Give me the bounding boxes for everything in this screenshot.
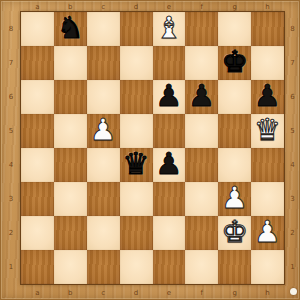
- square-a7[interactable]: [21, 46, 54, 80]
- square-h6[interactable]: ♟: [251, 80, 284, 114]
- file-label-a: a: [21, 1, 54, 12]
- square-h3[interactable]: [251, 182, 284, 216]
- square-d1[interactable]: [120, 250, 153, 284]
- rank-label-1: 1: [1, 250, 21, 284]
- square-h4[interactable]: [251, 148, 284, 182]
- black-pawn[interactable]: ♟: [155, 81, 182, 111]
- square-d4[interactable]: ♛: [120, 148, 153, 182]
- square-b3[interactable]: [54, 182, 87, 216]
- square-g1[interactable]: [218, 250, 251, 284]
- square-d5[interactable]: [120, 114, 153, 148]
- square-a6[interactable]: [21, 80, 54, 114]
- white-pawn[interactable]: ♟: [90, 115, 117, 145]
- rank-label-5: 5: [1, 114, 21, 148]
- square-e6[interactable]: ♟: [153, 80, 186, 114]
- square-f3[interactable]: [185, 182, 218, 216]
- white-pawn[interactable]: ♟: [254, 217, 281, 247]
- rank-labels-right: 87654321: [284, 12, 300, 284]
- square-a4[interactable]: [21, 148, 54, 182]
- square-e3[interactable]: [153, 182, 186, 216]
- side-to-move-indicator: [290, 288, 297, 295]
- rank-label-5: 5: [284, 114, 300, 148]
- square-b6[interactable]: [54, 80, 87, 114]
- file-label-e: e: [153, 284, 186, 300]
- square-g8[interactable]: [218, 12, 251, 46]
- black-queen[interactable]: ♛: [123, 149, 150, 179]
- square-c8[interactable]: [87, 12, 120, 46]
- white-pawn[interactable]: ♟: [221, 183, 248, 213]
- black-pawn[interactable]: ♟: [155, 149, 182, 179]
- file-label-d: d: [120, 284, 153, 300]
- square-e2[interactable]: [153, 216, 186, 250]
- square-d8[interactable]: [120, 12, 153, 46]
- black-king[interactable]: ♚: [221, 47, 248, 77]
- square-h2[interactable]: ♟: [251, 216, 284, 250]
- square-c4[interactable]: [87, 148, 120, 182]
- square-e8[interactable]: ♝: [153, 12, 186, 46]
- file-label-b: b: [54, 284, 87, 300]
- file-label-a: a: [21, 284, 54, 300]
- black-knight[interactable]: ♞: [57, 13, 84, 43]
- square-c5[interactable]: ♟: [87, 114, 120, 148]
- rank-label-4: 4: [284, 148, 300, 182]
- rank-label-8: 8: [1, 12, 21, 46]
- rank-labels-left: 87654321: [1, 12, 21, 284]
- square-f2[interactable]: [185, 216, 218, 250]
- square-h7[interactable]: [251, 46, 284, 80]
- square-g2[interactable]: ♚: [218, 216, 251, 250]
- square-f8[interactable]: [185, 12, 218, 46]
- file-labels-bottom: abcdefgh: [21, 284, 284, 300]
- chess-board-frame: abcdefgh abcdefgh 87654321 87654321 ♞♝♚♟…: [0, 0, 300, 300]
- square-b7[interactable]: [54, 46, 87, 80]
- square-a1[interactable]: [21, 250, 54, 284]
- square-f5[interactable]: [185, 114, 218, 148]
- square-f1[interactable]: [185, 250, 218, 284]
- rank-label-6: 6: [284, 80, 300, 114]
- rank-label-2: 2: [284, 216, 300, 250]
- square-a3[interactable]: [21, 182, 54, 216]
- square-c3[interactable]: [87, 182, 120, 216]
- file-label-h: h: [251, 1, 284, 12]
- square-b5[interactable]: [54, 114, 87, 148]
- square-e1[interactable]: [153, 250, 186, 284]
- file-label-g: g: [218, 284, 251, 300]
- rank-label-3: 3: [1, 182, 21, 216]
- file-label-f: f: [185, 1, 218, 12]
- square-a5[interactable]: [21, 114, 54, 148]
- square-g4[interactable]: [218, 148, 251, 182]
- square-a8[interactable]: [21, 12, 54, 46]
- file-label-c: c: [87, 284, 120, 300]
- square-b2[interactable]: [54, 216, 87, 250]
- square-b8[interactable]: ♞: [54, 12, 87, 46]
- file-label-g: g: [218, 1, 251, 12]
- square-h8[interactable]: [251, 12, 284, 46]
- white-bishop[interactable]: ♝: [155, 13, 182, 43]
- square-f4[interactable]: [185, 148, 218, 182]
- rank-label-7: 7: [1, 46, 21, 80]
- white-queen[interactable]: ♛: [254, 115, 281, 145]
- file-label-d: d: [120, 1, 153, 12]
- file-label-h: h: [251, 284, 284, 300]
- square-d3[interactable]: [120, 182, 153, 216]
- square-f7[interactable]: [185, 46, 218, 80]
- square-b1[interactable]: [54, 250, 87, 284]
- black-pawn[interactable]: ♟: [254, 81, 281, 111]
- square-e5[interactable]: [153, 114, 186, 148]
- square-d2[interactable]: [120, 216, 153, 250]
- rank-label-3: 3: [284, 182, 300, 216]
- square-c1[interactable]: [87, 250, 120, 284]
- square-h5[interactable]: ♛: [251, 114, 284, 148]
- square-d7[interactable]: [120, 46, 153, 80]
- square-b4[interactable]: [54, 148, 87, 182]
- rank-label-6: 6: [1, 80, 21, 114]
- square-e4[interactable]: ♟: [153, 148, 186, 182]
- rank-label-8: 8: [284, 12, 300, 46]
- square-c2[interactable]: [87, 216, 120, 250]
- rank-label-1: 1: [284, 250, 300, 284]
- board: ♞♝♚♟♟♟♟♛♛♟♟♚♟: [21, 12, 284, 284]
- square-c7[interactable]: [87, 46, 120, 80]
- white-king[interactable]: ♚: [221, 217, 248, 247]
- square-g6[interactable]: [218, 80, 251, 114]
- square-a2[interactable]: [21, 216, 54, 250]
- square-g7[interactable]: ♚: [218, 46, 251, 80]
- square-d6[interactable]: [120, 80, 153, 114]
- rank-label-7: 7: [284, 46, 300, 80]
- file-label-c: c: [87, 1, 120, 12]
- file-label-f: f: [185, 284, 218, 300]
- square-g5[interactable]: [218, 114, 251, 148]
- rank-label-4: 4: [1, 148, 21, 182]
- square-c6[interactable]: [87, 80, 120, 114]
- square-g3[interactable]: ♟: [218, 182, 251, 216]
- square-e7[interactable]: [153, 46, 186, 80]
- rank-label-2: 2: [1, 216, 21, 250]
- square-f6[interactable]: ♟: [185, 80, 218, 114]
- black-pawn[interactable]: ♟: [188, 81, 215, 111]
- square-h1[interactable]: [251, 250, 284, 284]
